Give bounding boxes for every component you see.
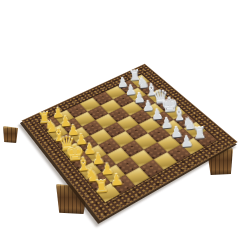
chess-set-photo: ♜♞♝♛♚♝♞♜♟♟♟♟♟♟♟♟♟♟♟♟♟♟♟♟♜♞♝♛♚♝♞♜ xyxy=(0,0,250,250)
gold-pawn-h2[interactable]: ♟ xyxy=(109,171,124,188)
gold-rook-h1[interactable]: ♜ xyxy=(93,178,109,196)
board-3d-wrapper: ♜♞♝♛♚♝♞♜♟♟♟♟♟♟♟♟♟♟♟♟♟♟♟♟♜♞♝♛♚♝♞♜ xyxy=(0,0,250,250)
board-frame: ♜♞♝♛♚♝♞♜♟♟♟♟♟♟♟♟♟♟♟♟♟♟♟♟♜♞♝♛♚♝♞♜ xyxy=(22,64,238,221)
chess-board: ♜♞♝♛♚♝♞♜♟♟♟♟♟♟♟♟♟♟♟♟♟♟♟♟♜♞♝♛♚♝♞♜ xyxy=(38,74,218,204)
silver-pawn-h7[interactable]: ♟ xyxy=(179,134,193,150)
silver-rook-h8[interactable]: ♜ xyxy=(192,126,207,143)
